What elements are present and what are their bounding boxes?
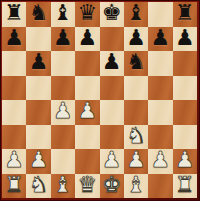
square-e4[interactable]	[100, 100, 124, 125]
square-g2[interactable]: ♟	[148, 149, 172, 174]
piece-white-queen[interactable]: ♛	[77, 174, 97, 196]
square-f1[interactable]: ♝	[124, 174, 148, 199]
piece-white-king[interactable]: ♚	[102, 174, 122, 196]
square-c2[interactable]	[51, 149, 75, 174]
piece-black-pawn[interactable]: ♟	[53, 27, 73, 49]
square-a4[interactable]	[2, 100, 26, 125]
piece-black-pawn[interactable]: ♟	[4, 27, 24, 49]
square-f7[interactable]: ♟	[124, 27, 148, 52]
square-f5[interactable]	[124, 76, 148, 101]
square-d2[interactable]	[75, 149, 99, 174]
square-d4[interactable]: ♟	[75, 100, 99, 125]
piece-white-pawn[interactable]: ♟	[126, 149, 146, 171]
square-e8[interactable]: ♚	[100, 2, 124, 27]
piece-white-pawn[interactable]: ♟	[29, 149, 49, 171]
square-c1[interactable]: ♝	[51, 174, 75, 199]
square-h4[interactable]	[173, 100, 197, 125]
square-h6[interactable]	[173, 51, 197, 76]
piece-white-pawn[interactable]: ♟	[4, 149, 24, 171]
square-g5[interactable]	[148, 76, 172, 101]
piece-black-bishop[interactable]: ♝	[53, 2, 73, 24]
piece-white-bishop[interactable]: ♝	[126, 174, 146, 196]
piece-white-pawn[interactable]: ♟	[102, 149, 122, 171]
piece-black-pawn[interactable]: ♟	[29, 51, 49, 73]
square-a2[interactable]: ♟	[2, 149, 26, 174]
square-b2[interactable]: ♟	[26, 149, 50, 174]
square-f6[interactable]: ♞	[124, 51, 148, 76]
square-f2[interactable]: ♟	[124, 149, 148, 174]
square-h8[interactable]: ♜	[173, 2, 197, 27]
square-f3[interactable]: ♞	[124, 125, 148, 150]
square-e3[interactable]	[100, 125, 124, 150]
square-e1[interactable]: ♚	[100, 174, 124, 199]
piece-black-queen[interactable]: ♛	[77, 2, 97, 24]
square-e6[interactable]: ♟	[100, 51, 124, 76]
square-d7[interactable]: ♟	[75, 27, 99, 52]
square-g7[interactable]: ♟	[148, 27, 172, 52]
piece-white-rook[interactable]: ♜	[175, 174, 195, 196]
square-a5[interactable]	[2, 76, 26, 101]
piece-black-pawn[interactable]: ♟	[102, 51, 122, 73]
chess-board-frame: ♜♞♝♛♚♝♜♟♟♟♟♟♟♟♟♞♟♟♞♟♟♟♟♟♟♜♞♝♛♚♝♜	[0, 0, 200, 201]
square-c8[interactable]: ♝	[51, 2, 75, 27]
square-h5[interactable]	[173, 76, 197, 101]
square-a7[interactable]: ♟	[2, 27, 26, 52]
square-c6[interactable]	[51, 51, 75, 76]
square-d8[interactable]: ♛	[75, 2, 99, 27]
piece-white-bishop[interactable]: ♝	[53, 174, 73, 196]
square-e2[interactable]: ♟	[100, 149, 124, 174]
square-c3[interactable]	[51, 125, 75, 150]
square-a8[interactable]: ♜	[2, 2, 26, 27]
piece-white-pawn[interactable]: ♟	[151, 149, 171, 171]
square-b5[interactable]	[26, 76, 50, 101]
square-e5[interactable]	[100, 76, 124, 101]
square-a3[interactable]	[2, 125, 26, 150]
square-a6[interactable]	[2, 51, 26, 76]
square-g4[interactable]	[148, 100, 172, 125]
square-c7[interactable]: ♟	[51, 27, 75, 52]
piece-black-rook[interactable]: ♜	[4, 2, 24, 24]
square-f4[interactable]	[124, 100, 148, 125]
square-b4[interactable]	[26, 100, 50, 125]
square-e7[interactable]	[100, 27, 124, 52]
piece-black-pawn[interactable]: ♟	[126, 27, 146, 49]
piece-black-bishop[interactable]: ♝	[126, 2, 146, 24]
square-b8[interactable]: ♞	[26, 2, 50, 27]
square-b1[interactable]: ♞	[26, 174, 50, 199]
square-h7[interactable]: ♟	[173, 27, 197, 52]
square-a1[interactable]: ♜	[2, 174, 26, 199]
piece-white-rook[interactable]: ♜	[4, 174, 24, 196]
square-f8[interactable]: ♝	[124, 2, 148, 27]
square-b3[interactable]	[26, 125, 50, 150]
square-g3[interactable]	[148, 125, 172, 150]
square-d5[interactable]	[75, 76, 99, 101]
square-h2[interactable]: ♟	[173, 149, 197, 174]
piece-white-knight[interactable]: ♞	[126, 125, 146, 147]
piece-white-pawn[interactable]: ♟	[77, 100, 97, 122]
piece-white-pawn[interactable]: ♟	[175, 149, 195, 171]
piece-black-pawn[interactable]: ♟	[175, 27, 195, 49]
chess-board: ♜♞♝♛♚♝♜♟♟♟♟♟♟♟♟♞♟♟♞♟♟♟♟♟♟♜♞♝♛♚♝♜	[2, 2, 197, 198]
piece-black-knight[interactable]: ♞	[126, 51, 146, 73]
square-c4[interactable]: ♟	[51, 100, 75, 125]
piece-black-knight[interactable]: ♞	[29, 2, 49, 24]
piece-white-knight[interactable]: ♞	[29, 174, 49, 196]
piece-black-rook[interactable]: ♜	[175, 2, 195, 24]
square-g6[interactable]	[148, 51, 172, 76]
square-d3[interactable]	[75, 125, 99, 150]
square-h3[interactable]	[173, 125, 197, 150]
square-d6[interactable]	[75, 51, 99, 76]
square-g1[interactable]	[148, 174, 172, 199]
square-b7[interactable]	[26, 27, 50, 52]
piece-white-pawn[interactable]: ♟	[53, 100, 73, 122]
piece-black-king[interactable]: ♚	[102, 2, 122, 24]
square-g8[interactable]	[148, 2, 172, 27]
square-c5[interactable]	[51, 76, 75, 101]
square-b6[interactable]: ♟	[26, 51, 50, 76]
square-h1[interactable]: ♜	[173, 174, 197, 199]
piece-black-pawn[interactable]: ♟	[77, 27, 97, 49]
piece-black-pawn[interactable]: ♟	[151, 27, 171, 49]
square-d1[interactable]: ♛	[75, 174, 99, 199]
